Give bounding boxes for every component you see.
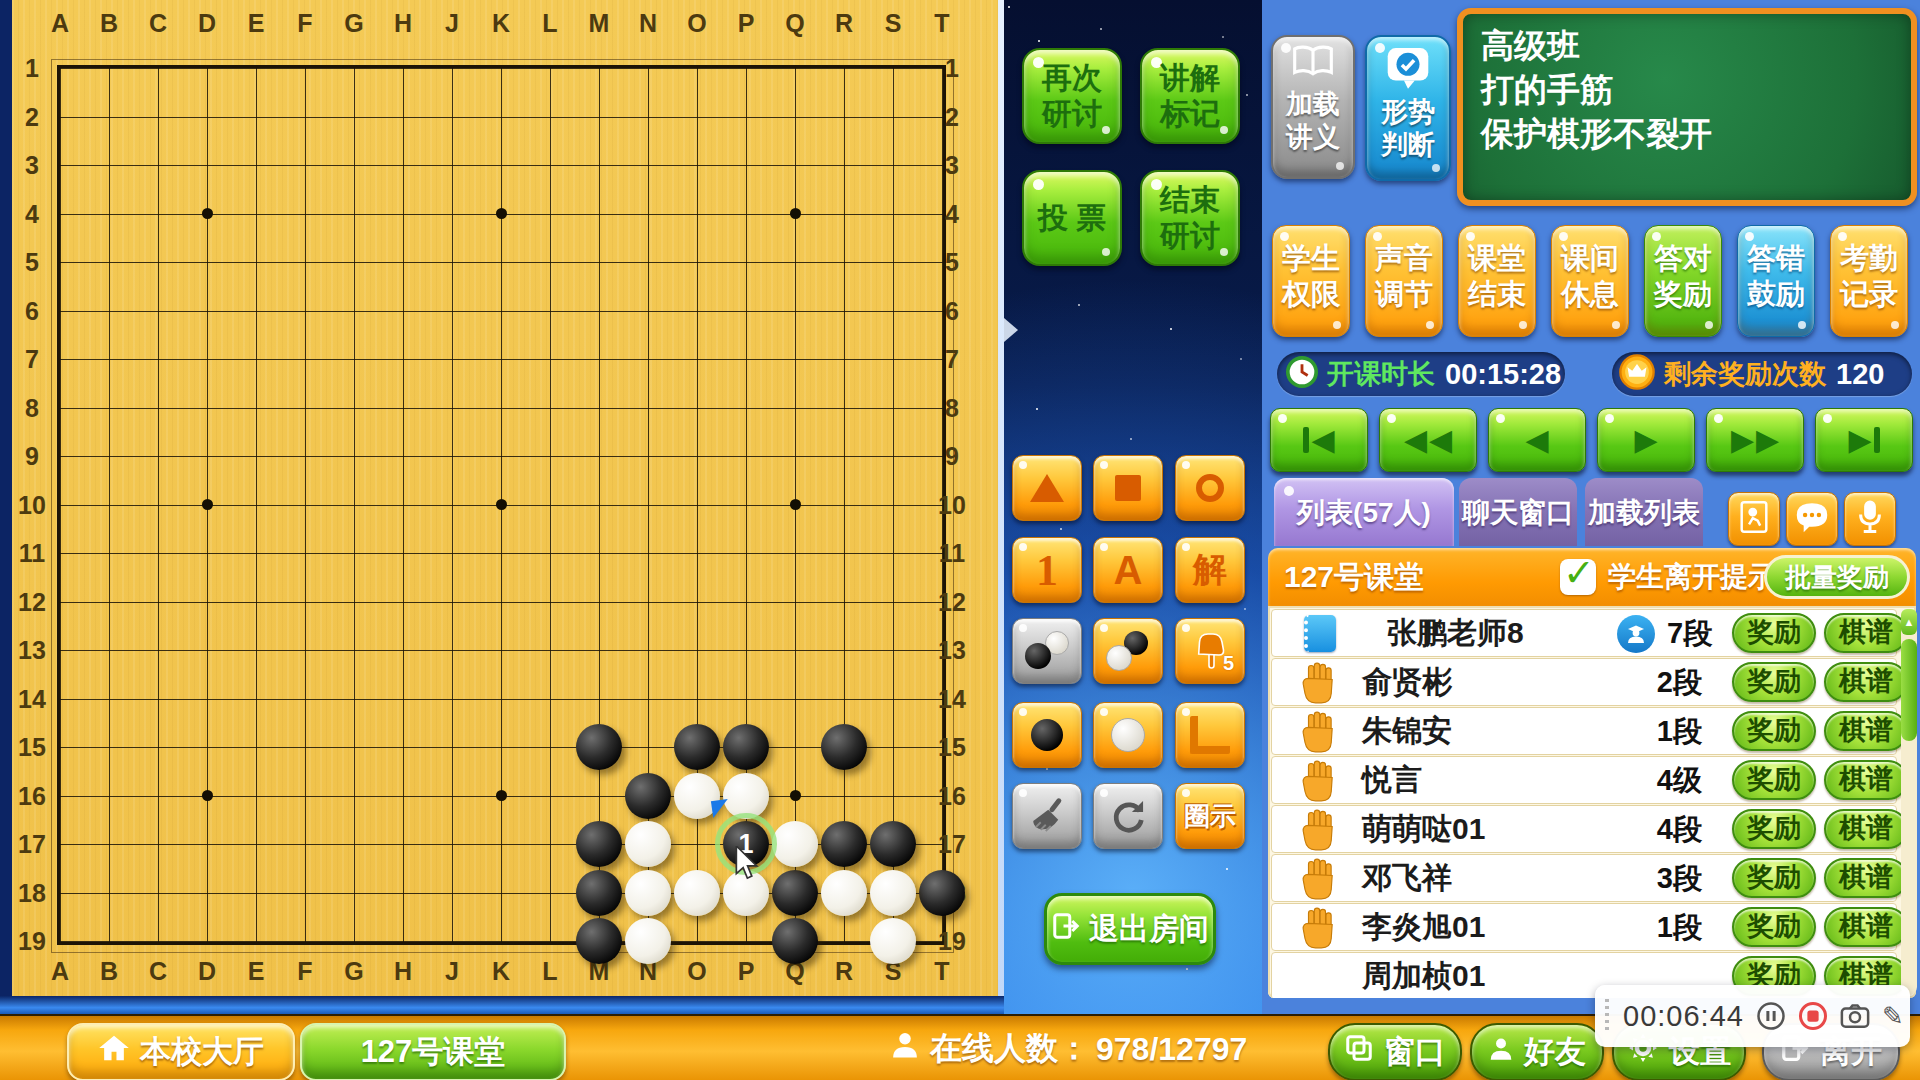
roster-row-7[interactable]: 李炎旭011段奖励棋谱 bbox=[1271, 903, 1897, 951]
coord-row-left-3: 3 bbox=[14, 148, 50, 182]
raise-hand-icon bbox=[1300, 711, 1338, 757]
refresh-tool[interactable] bbox=[1093, 783, 1163, 849]
raise-hand-icon bbox=[1300, 760, 1338, 806]
board-bottom-strip bbox=[0, 996, 1004, 1014]
coord-row-left-16: 16 bbox=[14, 779, 50, 813]
black-stone-M15 bbox=[576, 724, 622, 770]
clear-board-tool[interactable] bbox=[1012, 783, 1082, 849]
classroom-label: 127号课堂 bbox=[361, 1031, 506, 1073]
coord-col-bottom-P: P bbox=[726, 954, 766, 988]
classroom-title: 127号课堂 bbox=[1284, 548, 1424, 606]
black-stone-S17 bbox=[870, 821, 916, 867]
lesson-chalkboard: 高级班 打的手筋 保护棋形不裂开 bbox=[1457, 8, 1917, 206]
person-icon bbox=[890, 1030, 920, 1068]
student-rank: 1段 bbox=[1617, 904, 1702, 950]
coord-row-left-12: 12 bbox=[14, 585, 50, 619]
skip-to-end-button[interactable]: ▶ bbox=[1815, 408, 1913, 472]
student-rank: 2段 bbox=[1617, 659, 1702, 705]
school-lobby-label: 本校大厅 bbox=[140, 1031, 264, 1073]
coord-col-top-C: C bbox=[138, 6, 178, 40]
student-name: 李炎旭01 bbox=[1362, 904, 1485, 950]
coord-row-right-17: 17 bbox=[934, 827, 970, 861]
coord-col-top-J: J bbox=[432, 6, 472, 40]
class-end-button[interactable]: 课堂结束 bbox=[1458, 225, 1536, 337]
raise-hand-icon bbox=[1300, 907, 1338, 953]
star-point bbox=[496, 208, 507, 219]
situation-judge-button[interactable]: 形势判断 bbox=[1365, 35, 1451, 181]
explain-mark-button[interactable]: 讲解标记 bbox=[1140, 48, 1240, 144]
circle-marker-tool[interactable] bbox=[1175, 455, 1245, 521]
student-rank: 4段 bbox=[1617, 806, 1702, 852]
scroll-up-button[interactable]: ▲ bbox=[1901, 609, 1917, 635]
attendance-button[interactable]: 考勤记录 bbox=[1830, 225, 1908, 337]
reward-count-label: 剩余奖励次数 bbox=[1664, 356, 1826, 392]
student-permission-button[interactable]: 学生权限 bbox=[1272, 225, 1350, 337]
coord-col-top-K: K bbox=[481, 6, 521, 40]
window-icon bbox=[1344, 1033, 1374, 1071]
notebook-icon bbox=[1304, 615, 1336, 652]
discuss-again-button[interactable]: 再次研讨 bbox=[1022, 48, 1122, 144]
coord-row-left-5: 5 bbox=[14, 245, 50, 279]
tab-chat[interactable]: 聊天窗口 bbox=[1459, 478, 1577, 546]
coord-col-bottom-G: G bbox=[334, 954, 374, 988]
clock-icon bbox=[1285, 355, 1319, 393]
record-button[interactable]: 棋谱 bbox=[1824, 613, 1908, 653]
exit-room-button[interactable]: 退出房间 bbox=[1044, 893, 1216, 965]
coord-col-top-M: M bbox=[579, 6, 619, 40]
roster-row-1[interactable]: 张鹏老师87段奖励棋谱 bbox=[1271, 609, 1897, 657]
square-marker-tool[interactable] bbox=[1093, 455, 1163, 521]
roster-list: 张鹏老师87段奖励棋谱俞贤彬2段奖励棋谱朱锦安1段奖励棋谱悦言4级奖励棋谱萌萌哒… bbox=[1268, 606, 1916, 998]
coord-row-right-1: 1 bbox=[934, 51, 970, 85]
black-stone-R17 bbox=[821, 821, 867, 867]
white-stone-S18 bbox=[870, 870, 916, 916]
coord-row-right-12: 12 bbox=[934, 585, 970, 619]
coord-col-top-B: B bbox=[89, 6, 129, 40]
star-point bbox=[496, 790, 507, 801]
coord-col-bottom-F: F bbox=[285, 954, 325, 988]
coord-row-right-16: 16 bbox=[934, 779, 970, 813]
coord-row-left-6: 6 bbox=[14, 294, 50, 328]
end-discuss-button[interactable]: 结束研讨 bbox=[1140, 170, 1240, 266]
coord-row-left-7: 7 bbox=[14, 342, 50, 376]
coord-row-right-9: 9 bbox=[934, 439, 970, 473]
record-button[interactable]: 棋谱 bbox=[1824, 662, 1908, 702]
class-time-bar: 开课时长 00:15:28 bbox=[1277, 352, 1565, 396]
black-stone-P15 bbox=[723, 724, 769, 770]
roster-row-5[interactable]: 萌萌哒014段奖励棋谱 bbox=[1271, 805, 1897, 853]
coord-col-bottom-O: O bbox=[677, 954, 717, 988]
record-button[interactable]: 棋谱 bbox=[1824, 760, 1908, 800]
exit-room-label: 退出房间 bbox=[1089, 909, 1209, 950]
student-name: 俞贤彬 bbox=[1362, 659, 1452, 705]
student-name: 萌萌哒01 bbox=[1362, 806, 1485, 852]
black-stone-M19 bbox=[576, 918, 622, 964]
black-stone-R15 bbox=[821, 724, 867, 770]
class-time-label: 开课时长 bbox=[1327, 356, 1435, 392]
school-lobby-button[interactable]: 本校大厅 bbox=[67, 1023, 295, 1080]
record-button[interactable]: 棋谱 bbox=[1824, 711, 1908, 751]
exit-door-icon bbox=[1051, 911, 1081, 948]
reward-button[interactable]: 奖励 bbox=[1732, 907, 1816, 947]
coord-col-top-O: O bbox=[677, 6, 717, 40]
coord-col-top-S: S bbox=[873, 6, 913, 40]
mouse-cursor bbox=[734, 846, 762, 886]
coord-row-right-3: 3 bbox=[934, 148, 970, 182]
coord-col-bottom-D: D bbox=[187, 954, 227, 988]
coord-col-bottom-L: L bbox=[530, 954, 570, 988]
right-panel: 加载讲义 形势判断 高级班 打的手筋 保护棋形不裂开 学生权限声音调节课堂结束课… bbox=[1262, 0, 1920, 1014]
microphone-icon bbox=[1855, 499, 1885, 539]
fast-backward-button[interactable]: ◀◀ bbox=[1379, 408, 1477, 472]
forward-button[interactable]: ▶ bbox=[1597, 408, 1695, 472]
white-stone-Q17 bbox=[772, 821, 818, 867]
white-stone-tool[interactable] bbox=[1093, 702, 1163, 768]
star-point bbox=[790, 208, 801, 219]
person-icon bbox=[1488, 1034, 1514, 1070]
window-button-label: 窗口 bbox=[1384, 1031, 1446, 1073]
white-stone-R18 bbox=[821, 870, 867, 916]
scroll-thumb[interactable] bbox=[1901, 639, 1917, 741]
board-panel: AABBCCDDEEFFGGHHJJKKLLMMNNOOPPQQRRSSTT11… bbox=[0, 0, 1004, 1014]
coord-col-bottom-A: A bbox=[40, 954, 80, 988]
white-stone-P16 bbox=[723, 773, 769, 819]
student-name: 朱锦安 bbox=[1362, 708, 1452, 754]
check-icon: ✓ bbox=[1563, 551, 1595, 595]
tab-list[interactable]: 列表(57人) bbox=[1274, 478, 1454, 546]
coord-row-left-2: 2 bbox=[14, 100, 50, 134]
recording-toolbar: 00:06:44 ✎ bbox=[1595, 985, 1910, 1047]
coord-col-top-L: L bbox=[530, 6, 570, 40]
letter-marker-tool[interactable]: A bbox=[1093, 537, 1163, 603]
coord-row-left-17: 17 bbox=[14, 827, 50, 861]
leave-tip-label: 学生离开提示 bbox=[1608, 548, 1776, 606]
triangle-marker-tool[interactable] bbox=[1012, 455, 1082, 521]
coord-row-right-4: 4 bbox=[934, 197, 970, 231]
roster-row-6[interactable]: 邓飞祥3段奖励棋谱 bbox=[1271, 854, 1897, 902]
coord-col-top-D: D bbox=[187, 6, 227, 40]
coord-row-left-18: 18 bbox=[14, 876, 50, 910]
star-point bbox=[790, 499, 801, 510]
student-name: 周加桢01 bbox=[1362, 953, 1485, 998]
online-count: 在线人数： 978/12797 bbox=[890, 1016, 1247, 1080]
number-marker-tool[interactable]: 1 bbox=[1012, 537, 1082, 603]
coord-col-bottom-H: H bbox=[383, 954, 423, 988]
answer-tool[interactable]: 解 bbox=[1175, 537, 1245, 603]
coord-row-left-4: 4 bbox=[14, 197, 50, 231]
screenshot-button[interactable] bbox=[1840, 1003, 1870, 1029]
black-stone-Q19 bbox=[772, 918, 818, 964]
coord-row-left-13: 13 bbox=[14, 633, 50, 667]
black-stone-M18 bbox=[576, 870, 622, 916]
reward-count-value: 120 bbox=[1836, 358, 1884, 391]
coord-col-bottom-E: E bbox=[236, 954, 276, 988]
black-stone-Q18 bbox=[772, 870, 818, 916]
friends-button[interactable]: 好友 bbox=[1470, 1023, 1604, 1080]
door-exit-icon bbox=[1738, 499, 1770, 539]
black-stone-O15 bbox=[674, 724, 720, 770]
go-board[interactable]: AABBCCDDEEFFGGHHJJKKLLMMNNOOPPQQRRSSTT11… bbox=[12, 0, 998, 996]
star-point bbox=[202, 790, 213, 801]
student-name: 悦言 bbox=[1362, 757, 1422, 803]
coord-col-top-H: H bbox=[383, 6, 423, 40]
wrong-encourage-button[interactable]: 答错鼓励 bbox=[1737, 225, 1815, 337]
coord-row-left-8: 8 bbox=[14, 391, 50, 425]
student-name: 张鹏老师8 bbox=[1387, 610, 1524, 656]
coord-col-bottom-K: K bbox=[481, 954, 521, 988]
roster-row-2[interactable]: 俞贤彬2段奖励棋谱 bbox=[1271, 658, 1897, 706]
coord-row-right-13: 13 bbox=[934, 633, 970, 667]
recording-time: 00:06:44 bbox=[1623, 1000, 1744, 1033]
pause-recording-button[interactable] bbox=[1756, 1001, 1786, 1031]
record-button[interactable]: 棋谱 bbox=[1824, 809, 1908, 849]
reward-button[interactable]: 奖励 bbox=[1732, 613, 1816, 653]
star-point bbox=[202, 208, 213, 219]
mic-tray-button[interactable] bbox=[1844, 492, 1896, 546]
backward-button[interactable]: ◀ bbox=[1488, 408, 1586, 472]
correct-reward-button[interactable]: 答对奖励 bbox=[1644, 225, 1722, 337]
coord-row-right-2: 2 bbox=[934, 100, 970, 134]
window-button[interactable]: 窗口 bbox=[1328, 1023, 1462, 1080]
chat-tray-button[interactable] bbox=[1786, 492, 1838, 546]
coord-col-bottom-B: B bbox=[89, 954, 129, 988]
ruler-tool[interactable] bbox=[1175, 702, 1245, 768]
coord-row-right-7: 7 bbox=[934, 342, 970, 376]
class-break-button[interactable]: 课间休息 bbox=[1551, 225, 1629, 337]
medal-icon bbox=[1618, 353, 1656, 395]
fast-forward-button[interactable]: ▶▶ bbox=[1706, 408, 1804, 472]
black-stone-tool[interactable] bbox=[1012, 702, 1082, 768]
leave-tip-checkbox[interactable]: ✓ bbox=[1560, 559, 1596, 595]
reward-button[interactable]: 奖励 bbox=[1732, 760, 1816, 800]
leave-room-tray-button[interactable] bbox=[1728, 492, 1780, 546]
swap-stones-tool[interactable] bbox=[1093, 618, 1163, 684]
teacher-badge-icon bbox=[1617, 615, 1655, 653]
white-stone-O18 bbox=[674, 870, 720, 916]
coord-row-right-11: 11 bbox=[934, 536, 970, 570]
raise-hand-icon bbox=[1300, 662, 1338, 708]
circle-show-tool[interactable]: 圈示 bbox=[1175, 783, 1245, 849]
lesson-line-3: 保护棋形不裂开 bbox=[1463, 112, 1911, 156]
classroom-button[interactable]: 127号课堂 bbox=[300, 1023, 566, 1080]
star-point bbox=[202, 499, 213, 510]
coord-col-top-P: P bbox=[726, 6, 766, 40]
student-rank: 3段 bbox=[1617, 855, 1702, 901]
sound-adjust-button[interactable]: 声音调节 bbox=[1365, 225, 1443, 337]
online-label: 在线人数： bbox=[930, 1027, 1090, 1071]
roster-header: 127号课堂 ✓ 学生离开提示 批量奖励 bbox=[1268, 548, 1916, 606]
star-point bbox=[790, 790, 801, 801]
trial-stones-tool[interactable] bbox=[1012, 618, 1082, 684]
record-button[interactable]: 棋谱 bbox=[1824, 858, 1908, 898]
last-move-blue-triangle bbox=[711, 799, 730, 818]
load-notes-button[interactable]: 加载讲义 bbox=[1271, 35, 1355, 179]
hand-five-tool[interactable]: 5 bbox=[1175, 618, 1245, 684]
coord-row-left-14: 14 bbox=[14, 682, 50, 716]
lesson-line-2: 打的手筋 bbox=[1463, 68, 1911, 112]
coord-row-left-15: 15 bbox=[14, 730, 50, 764]
tab-load-list[interactable]: 加载列表 bbox=[1585, 478, 1703, 546]
roster-row-3[interactable]: 朱锦安1段奖励棋谱 bbox=[1271, 707, 1897, 755]
coord-col-top-Q: Q bbox=[775, 6, 815, 40]
reward-button[interactable]: 奖励 bbox=[1732, 858, 1816, 898]
skip-to-start-button[interactable]: ◀ bbox=[1270, 408, 1368, 472]
black-stone-M17 bbox=[576, 821, 622, 867]
coord-row-right-5: 5 bbox=[934, 245, 970, 279]
black-stone-T18 bbox=[919, 870, 965, 916]
lesson-line-1: 高级班 bbox=[1463, 24, 1911, 68]
coord-row-left-10: 10 bbox=[14, 488, 50, 522]
student-rank: 1段 bbox=[1617, 708, 1702, 754]
student-rank: 4级 bbox=[1617, 757, 1702, 803]
coord-col-top-E: E bbox=[236, 6, 276, 40]
reward-button[interactable]: 奖励 bbox=[1732, 711, 1816, 751]
stop-recording-button[interactable] bbox=[1798, 1001, 1828, 1031]
go-classroom-app: AABBCCDDEEFFGGHHJJKKLLMMNNOOPPQQRRSSTT11… bbox=[0, 0, 1920, 1080]
recorder-grip[interactable] bbox=[1605, 999, 1609, 1033]
coord-row-right-19: 19 bbox=[934, 924, 970, 958]
coord-row-right-6: 6 bbox=[934, 294, 970, 328]
coord-col-top-G: G bbox=[334, 6, 374, 40]
student-name: 邓飞祥 bbox=[1362, 855, 1452, 901]
coord-col-bottom-J: J bbox=[432, 954, 472, 988]
coord-row-left-11: 11 bbox=[14, 536, 50, 570]
middle-toolbar: 再次研讨讲解标记投 票结束研讨 1A解5圈示 退出房间 bbox=[1004, 0, 1262, 1014]
vote-button[interactable]: 投 票 bbox=[1022, 170, 1122, 266]
coord-col-bottom-R: R bbox=[824, 954, 864, 988]
white-stone-S19 bbox=[870, 918, 916, 964]
coord-col-bottom-C: C bbox=[138, 954, 178, 988]
white-stone-N19 bbox=[625, 918, 671, 964]
coord-col-top-R: R bbox=[824, 6, 864, 40]
coord-col-top-N: N bbox=[628, 6, 668, 40]
roster-scrollbar[interactable]: ▲ bbox=[1901, 609, 1917, 995]
coord-row-left-1: 1 bbox=[14, 51, 50, 85]
annotate-button[interactable]: ✎ bbox=[1882, 1001, 1904, 1032]
reward-count-bar: 剩余奖励次数 120 bbox=[1612, 352, 1912, 396]
star-point bbox=[496, 499, 507, 510]
reward-button[interactable]: 奖励 bbox=[1732, 662, 1816, 702]
coord-row-left-9: 9 bbox=[14, 439, 50, 473]
raise-hand-icon bbox=[1300, 858, 1338, 904]
coord-row-right-14: 14 bbox=[934, 682, 970, 716]
coord-row-right-8: 8 bbox=[934, 391, 970, 425]
coord-row-right-15: 15 bbox=[934, 730, 970, 764]
chat-bubble-icon bbox=[1794, 500, 1830, 538]
raise-hand-icon bbox=[1300, 809, 1338, 855]
black-stone-N16 bbox=[625, 773, 671, 819]
star-field bbox=[1008, 6, 1010, 8]
class-time-value: 00:15:28 bbox=[1445, 358, 1561, 391]
home-icon bbox=[98, 1034, 130, 1070]
coord-col-top-F: F bbox=[285, 6, 325, 40]
coord-col-top-A: A bbox=[40, 6, 80, 40]
white-stone-N18 bbox=[625, 870, 671, 916]
coord-col-bottom-T: T bbox=[922, 954, 962, 988]
collapse-panel-arrow[interactable] bbox=[1004, 318, 1018, 342]
record-button[interactable]: 棋谱 bbox=[1824, 907, 1908, 947]
online-value: 978/12797 bbox=[1096, 1031, 1247, 1068]
coord-row-right-10: 10 bbox=[934, 488, 970, 522]
coord-col-top-T: T bbox=[922, 6, 962, 40]
batch-reward-button[interactable]: 批量奖励 bbox=[1764, 555, 1910, 599]
friends-button-label: 好友 bbox=[1524, 1031, 1586, 1073]
white-stone-N17 bbox=[625, 821, 671, 867]
roster-row-4[interactable]: 悦言4级奖励棋谱 bbox=[1271, 756, 1897, 804]
reward-button[interactable]: 奖励 bbox=[1732, 809, 1816, 849]
coord-row-left-19: 19 bbox=[14, 924, 50, 958]
